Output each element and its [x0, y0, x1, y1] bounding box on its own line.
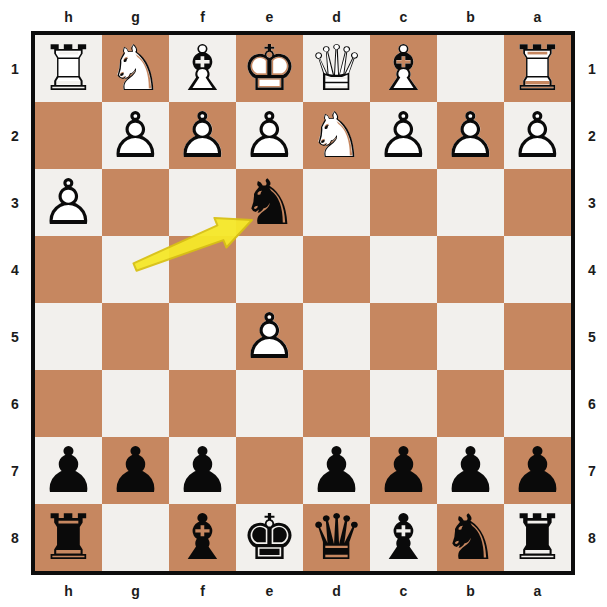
file-label: e [236, 7, 303, 27]
rank-label: 6 [579, 370, 605, 437]
white-pawn-piece: ♟♙ [104, 104, 167, 167]
square-h6[interactable] [35, 370, 102, 437]
white-pawn-piece: ♟♙ [506, 104, 569, 167]
square-e4[interactable] [236, 236, 303, 303]
square-g3[interactable] [102, 169, 169, 236]
white-knight-piece: ♞♘ [104, 37, 167, 100]
square-a2[interactable]: ♟♙ [504, 102, 571, 169]
file-label: d [303, 581, 370, 601]
chess-board: ♜♖♞♘♝♗♚♔♛♕♝♗♜♖♟♙♟♙♟♙♞♘♟♙♟♙♟♙♟♙♞♟♙♟♟♟♟♟♟♟… [31, 31, 575, 575]
square-f2[interactable]: ♟♙ [169, 102, 236, 169]
square-g7[interactable]: ♟ [102, 437, 169, 504]
rank-label: 8 [2, 504, 28, 571]
square-c7[interactable]: ♟ [370, 437, 437, 504]
white-knight-piece: ♞♘ [305, 104, 368, 167]
square-a4[interactable] [504, 236, 571, 303]
square-c3[interactable] [370, 169, 437, 236]
file-labels-top: hgfedcba [35, 7, 571, 27]
black-king-piece: ♚ [238, 506, 301, 569]
square-g8[interactable] [102, 504, 169, 571]
square-h7[interactable]: ♟ [35, 437, 102, 504]
white-pawn-piece: ♟♙ [37, 171, 100, 234]
black-pawn-piece: ♟ [37, 439, 100, 502]
file-label: a [504, 7, 571, 27]
square-b4[interactable] [437, 236, 504, 303]
square-a6[interactable] [504, 370, 571, 437]
square-d6[interactable] [303, 370, 370, 437]
square-e1[interactable]: ♚♔ [236, 35, 303, 102]
square-c8[interactable]: ♝ [370, 504, 437, 571]
square-a3[interactable] [504, 169, 571, 236]
file-label: e [236, 581, 303, 601]
square-c2[interactable]: ♟♙ [370, 102, 437, 169]
white-rook-piece: ♜♖ [37, 37, 100, 100]
square-f4[interactable] [169, 236, 236, 303]
rank-label: 8 [579, 504, 605, 571]
black-pawn-piece: ♟ [104, 439, 167, 502]
square-a1[interactable]: ♜♖ [504, 35, 571, 102]
square-b5[interactable] [437, 303, 504, 370]
white-pawn-piece: ♟♙ [238, 104, 301, 167]
square-g2[interactable]: ♟♙ [102, 102, 169, 169]
square-e3[interactable]: ♞ [236, 169, 303, 236]
square-e2[interactable]: ♟♙ [236, 102, 303, 169]
rank-labels-right: 12345678 [579, 35, 605, 571]
square-g4[interactable] [102, 236, 169, 303]
black-bishop-piece: ♝ [171, 506, 234, 569]
square-b6[interactable] [437, 370, 504, 437]
black-pawn-piece: ♟ [305, 439, 368, 502]
chess-diagram: hgfedcba hgfedcba 12345678 12345678 ♜♖♞♘… [0, 0, 607, 607]
rank-label: 3 [2, 169, 28, 236]
square-g1[interactable]: ♞♘ [102, 35, 169, 102]
file-label: d [303, 7, 370, 27]
square-c6[interactable] [370, 370, 437, 437]
white-rook-piece: ♜♖ [506, 37, 569, 100]
rank-labels-left: 12345678 [2, 35, 28, 571]
board-grid: ♜♖♞♘♝♗♚♔♛♕♝♗♜♖♟♙♟♙♟♙♞♘♟♙♟♙♟♙♟♙♞♟♙♟♟♟♟♟♟♟… [35, 35, 571, 571]
file-label: b [437, 7, 504, 27]
rank-label: 7 [2, 437, 28, 504]
file-label: a [504, 581, 571, 601]
white-pawn-piece: ♟♙ [439, 104, 502, 167]
square-h4[interactable] [35, 236, 102, 303]
file-label: g [102, 7, 169, 27]
black-pawn-piece: ♟ [439, 439, 502, 502]
rank-label: 5 [579, 303, 605, 370]
file-labels-bottom: hgfedcba [35, 581, 571, 601]
white-pawn-piece: ♟♙ [372, 104, 435, 167]
black-rook-piece: ♜ [37, 506, 100, 569]
square-f7[interactable]: ♟ [169, 437, 236, 504]
black-pawn-piece: ♟ [506, 439, 569, 502]
white-bishop-piece: ♝♗ [171, 37, 234, 100]
square-a8[interactable]: ♜ [504, 504, 571, 571]
white-queen-piece: ♛♕ [305, 37, 368, 100]
black-bishop-piece: ♝ [372, 506, 435, 569]
white-pawn-piece: ♟♙ [171, 104, 234, 167]
square-h5[interactable] [35, 303, 102, 370]
square-d3[interactable] [303, 169, 370, 236]
square-e5[interactable]: ♟♙ [236, 303, 303, 370]
square-b1[interactable] [437, 35, 504, 102]
square-b8[interactable]: ♞ [437, 504, 504, 571]
rank-label: 3 [579, 169, 605, 236]
square-b7[interactable]: ♟ [437, 437, 504, 504]
square-b3[interactable] [437, 169, 504, 236]
file-label: h [35, 581, 102, 601]
square-c5[interactable] [370, 303, 437, 370]
square-e6[interactable] [236, 370, 303, 437]
square-d1[interactable]: ♛♕ [303, 35, 370, 102]
file-label: c [370, 7, 437, 27]
black-rook-piece: ♜ [506, 506, 569, 569]
square-e8[interactable]: ♚ [236, 504, 303, 571]
square-d5[interactable] [303, 303, 370, 370]
file-label: h [35, 7, 102, 27]
white-king-piece: ♚♔ [238, 37, 301, 100]
rank-label: 2 [579, 102, 605, 169]
white-bishop-piece: ♝♗ [372, 37, 435, 100]
black-pawn-piece: ♟ [171, 439, 234, 502]
square-h1[interactable]: ♜♖ [35, 35, 102, 102]
square-h8[interactable]: ♜ [35, 504, 102, 571]
file-label: b [437, 581, 504, 601]
square-h2[interactable] [35, 102, 102, 169]
square-g6[interactable] [102, 370, 169, 437]
rank-label: 5 [2, 303, 28, 370]
square-f8[interactable]: ♝ [169, 504, 236, 571]
file-label: g [102, 581, 169, 601]
square-e7[interactable] [236, 437, 303, 504]
black-knight-piece: ♞ [439, 506, 502, 569]
square-c4[interactable] [370, 236, 437, 303]
square-g5[interactable] [102, 303, 169, 370]
file-label: f [169, 581, 236, 601]
white-pawn-piece: ♟♙ [238, 305, 301, 368]
black-knight-piece: ♞ [238, 171, 301, 234]
file-label: c [370, 581, 437, 601]
square-f1[interactable]: ♝♗ [169, 35, 236, 102]
rank-label: 4 [579, 236, 605, 303]
rank-label: 2 [2, 102, 28, 169]
square-h3[interactable]: ♟♙ [35, 169, 102, 236]
rank-label: 6 [2, 370, 28, 437]
square-f3[interactable] [169, 169, 236, 236]
square-d4[interactable] [303, 236, 370, 303]
rank-label: 1 [2, 35, 28, 102]
square-d8[interactable]: ♛ [303, 504, 370, 571]
rank-label: 7 [579, 437, 605, 504]
rank-label: 4 [2, 236, 28, 303]
square-c1[interactable]: ♝♗ [370, 35, 437, 102]
black-pawn-piece: ♟ [372, 439, 435, 502]
square-b2[interactable]: ♟♙ [437, 102, 504, 169]
square-d2[interactable]: ♞♘ [303, 102, 370, 169]
square-f6[interactable] [169, 370, 236, 437]
square-a7[interactable]: ♟ [504, 437, 571, 504]
file-label: f [169, 7, 236, 27]
square-a5[interactable] [504, 303, 571, 370]
black-queen-piece: ♛ [305, 506, 368, 569]
square-d7[interactable]: ♟ [303, 437, 370, 504]
square-f5[interactable] [169, 303, 236, 370]
rank-label: 1 [579, 35, 605, 102]
